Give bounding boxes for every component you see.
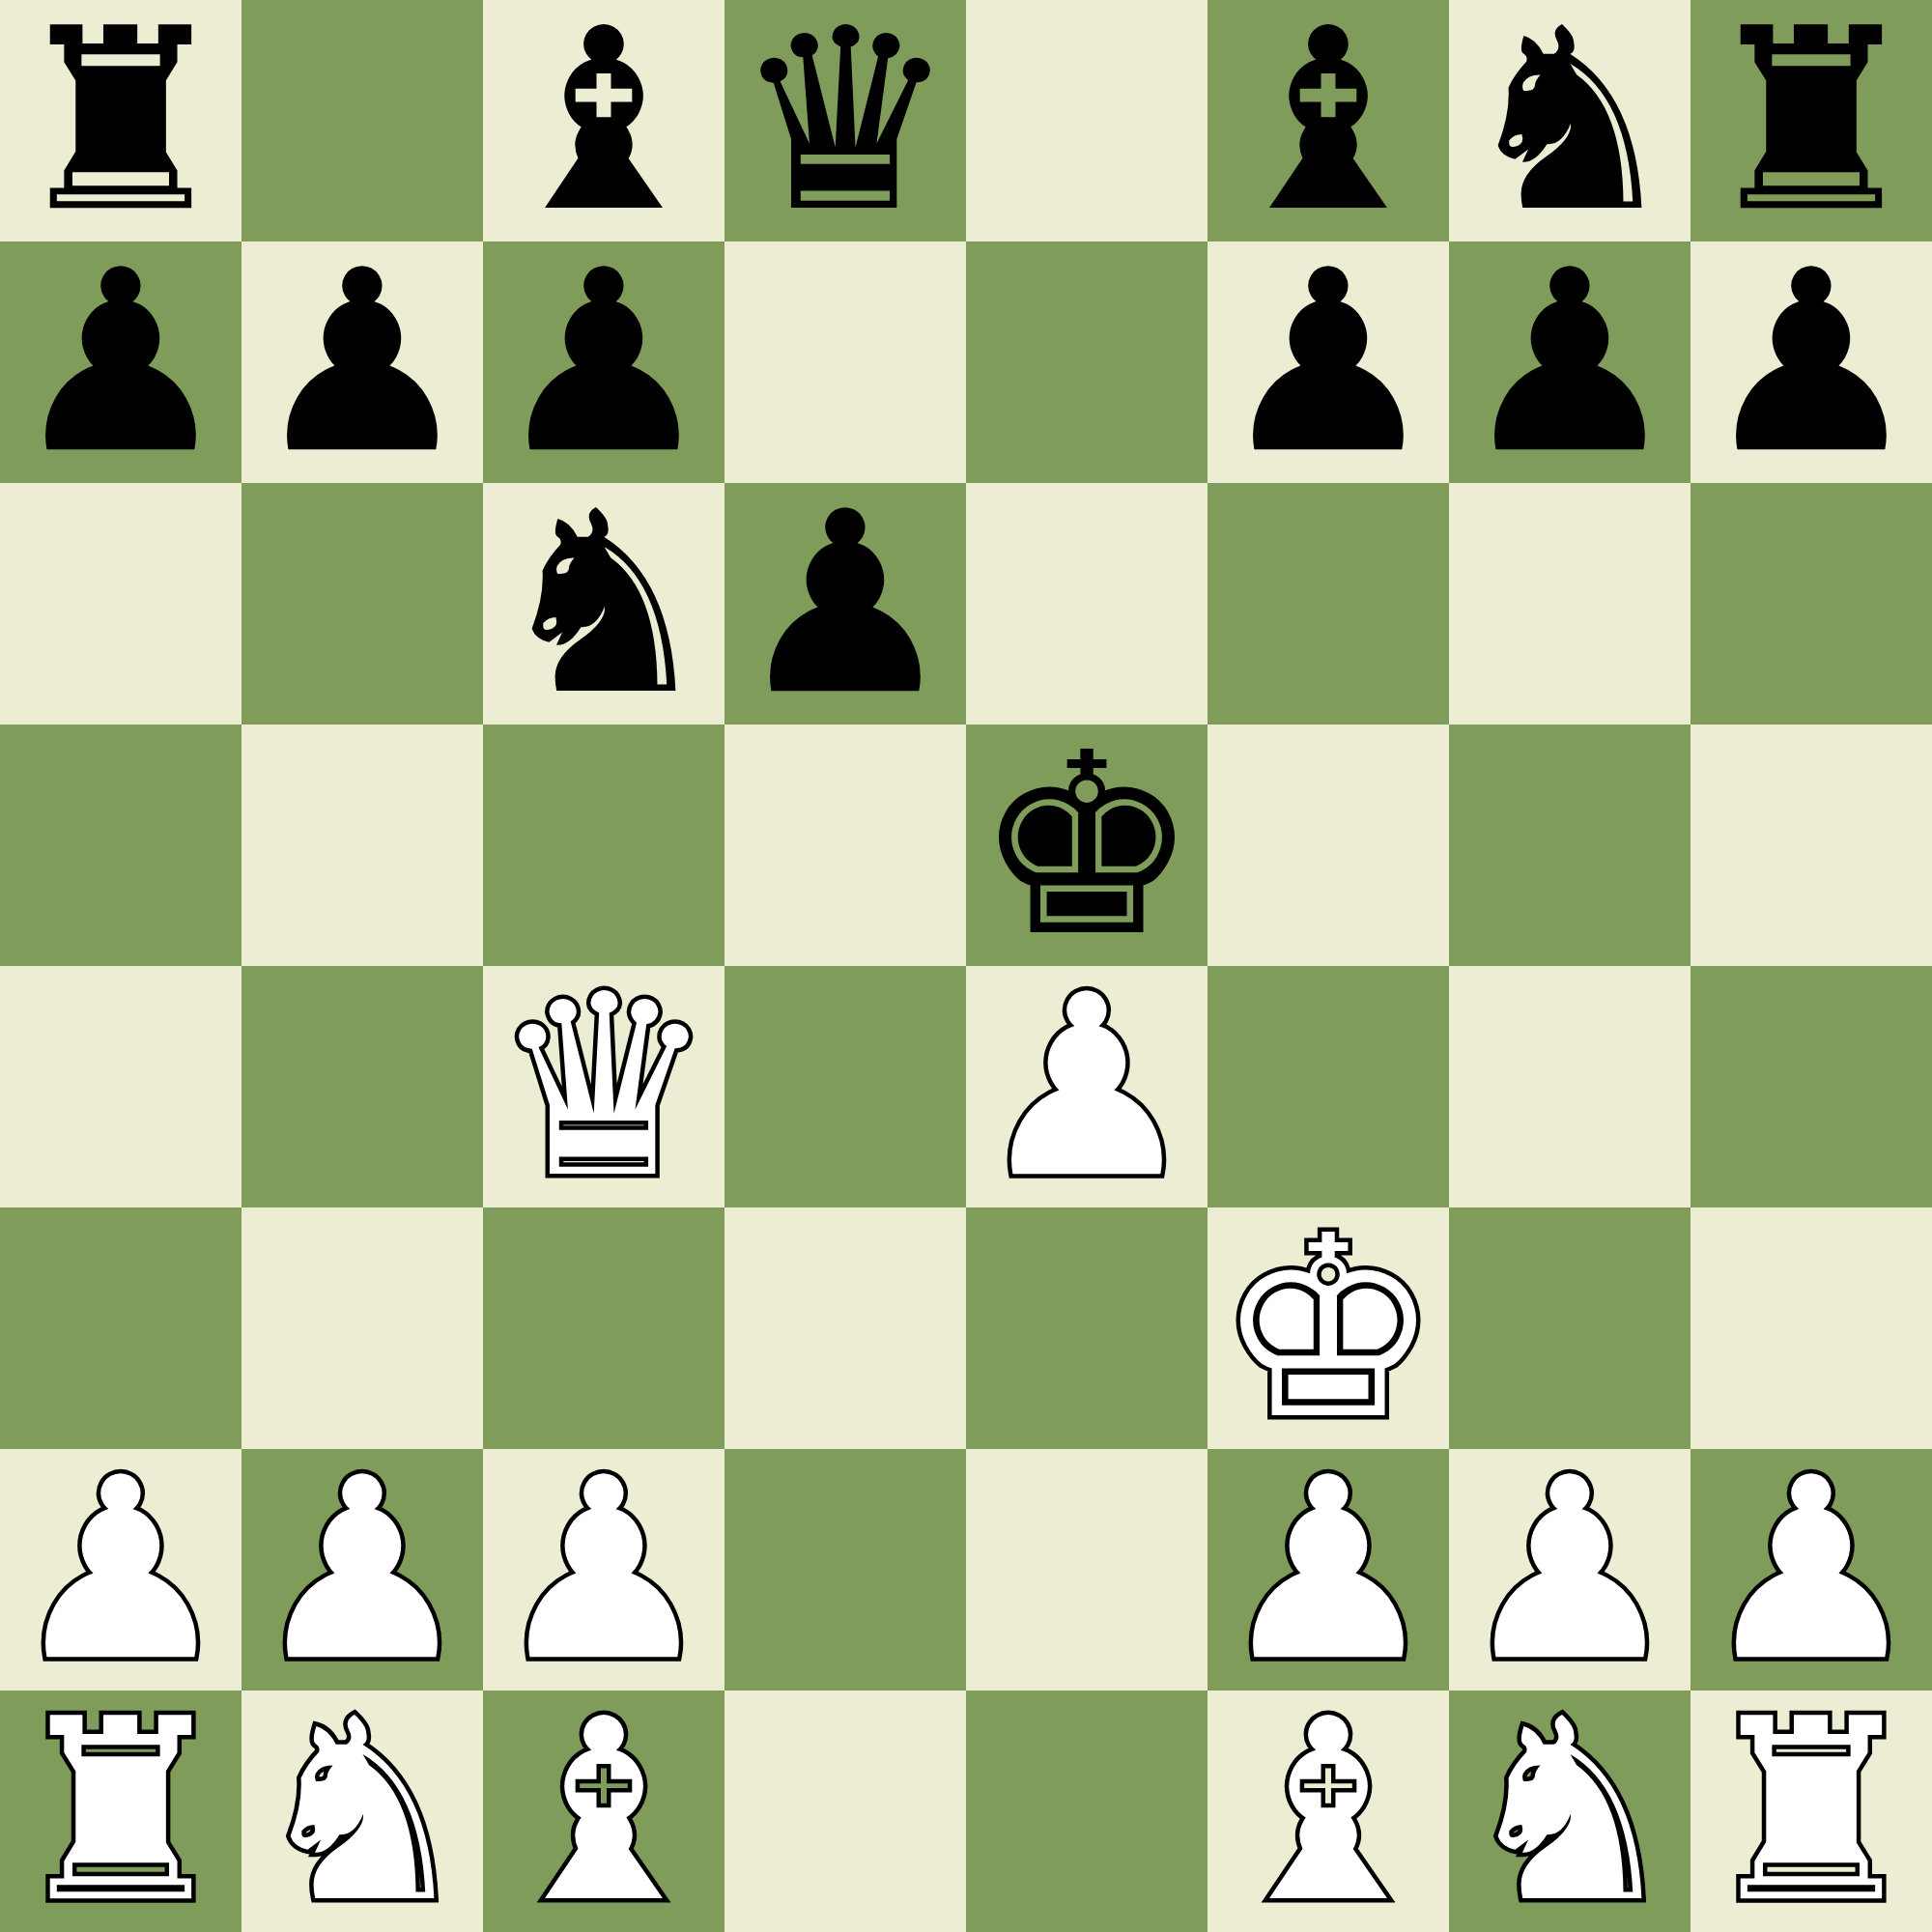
black-knight[interactable]: ♞: [491, 483, 716, 724]
square-e6[interactable]: [966, 483, 1207, 724]
square-h3[interactable]: [1690, 1207, 1932, 1449]
square-a8[interactable]: ♜: [0, 0, 241, 241]
square-b7[interactable]: ♟: [241, 241, 483, 483]
square-h2[interactable]: ♟: [1690, 1449, 1932, 1690]
square-f1[interactable]: ♝: [1207, 1690, 1449, 1932]
white-pawn[interactable]: ♟: [491, 1449, 716, 1690]
black-pawn[interactable]: ♟: [1698, 241, 1923, 483]
square-c6[interactable]: ♞: [483, 483, 724, 724]
square-d6[interactable]: ♟: [724, 483, 966, 724]
square-e5[interactable]: ♚: [966, 724, 1207, 966]
square-b2[interactable]: ♟: [241, 1449, 483, 1690]
white-queen[interactable]: ♛: [491, 966, 716, 1207]
square-e1[interactable]: [966, 1690, 1207, 1932]
square-b4[interactable]: [241, 966, 483, 1207]
white-bishop[interactable]: ♝: [491, 1690, 716, 1932]
square-e2[interactable]: [966, 1449, 1207, 1690]
square-h1[interactable]: ♜: [1690, 1690, 1932, 1932]
black-rook[interactable]: ♜: [8, 0, 233, 241]
square-b3[interactable]: [241, 1207, 483, 1449]
white-knight[interactable]: ♞: [249, 1690, 474, 1932]
square-f4[interactable]: [1207, 966, 1449, 1207]
white-knight[interactable]: ♞: [1457, 1690, 1682, 1932]
square-d5[interactable]: [724, 724, 966, 966]
black-pawn[interactable]: ♟: [8, 241, 233, 483]
square-g8[interactable]: ♞: [1449, 0, 1690, 241]
square-d1[interactable]: [724, 1690, 966, 1932]
square-d8[interactable]: ♛: [724, 0, 966, 241]
square-h4[interactable]: [1690, 966, 1932, 1207]
white-bishop[interactable]: ♝: [1215, 1690, 1440, 1932]
square-f3[interactable]: ♚: [1207, 1207, 1449, 1449]
white-pawn[interactable]: ♟: [1698, 1449, 1923, 1690]
black-pawn[interactable]: ♟: [249, 241, 474, 483]
black-bishop[interactable]: ♝: [491, 0, 716, 241]
black-queen[interactable]: ♛: [732, 0, 957, 241]
black-knight[interactable]: ♞: [1457, 0, 1682, 241]
white-rook[interactable]: ♜: [8, 1690, 233, 1932]
white-pawn[interactable]: ♟: [974, 966, 1199, 1207]
square-d3[interactable]: [724, 1207, 966, 1449]
black-rook[interactable]: ♜: [1698, 0, 1923, 241]
white-pawn[interactable]: ♟: [8, 1449, 233, 1690]
square-e3[interactable]: [966, 1207, 1207, 1449]
square-a3[interactable]: [0, 1207, 241, 1449]
square-h6[interactable]: [1690, 483, 1932, 724]
chess-board: ♜ ♝ ♛ ♝ ♞ ♜ ♟ ♟ ♟ ♟ ♟ ♟ ♞ ♟ ♚ ♛ ♟ ♚ ♟ ♟ …: [0, 0, 1932, 1932]
square-c2[interactable]: ♟: [483, 1449, 724, 1690]
square-g1[interactable]: ♞: [1449, 1690, 1690, 1932]
square-a2[interactable]: ♟: [0, 1449, 241, 1690]
square-g4[interactable]: [1449, 966, 1690, 1207]
square-c1[interactable]: ♝: [483, 1690, 724, 1932]
square-h5[interactable]: [1690, 724, 1932, 966]
black-pawn[interactable]: ♟: [732, 483, 957, 724]
square-a7[interactable]: ♟: [0, 241, 241, 483]
black-pawn[interactable]: ♟: [1457, 241, 1682, 483]
black-pawn[interactable]: ♟: [1215, 241, 1440, 483]
square-c7[interactable]: ♟: [483, 241, 724, 483]
white-pawn[interactable]: ♟: [1457, 1449, 1682, 1690]
square-g2[interactable]: ♟: [1449, 1449, 1690, 1690]
black-pawn[interactable]: ♟: [491, 241, 716, 483]
square-f8[interactable]: ♝: [1207, 0, 1449, 241]
square-a1[interactable]: ♜: [0, 1690, 241, 1932]
square-a4[interactable]: [0, 966, 241, 1207]
square-c3[interactable]: [483, 1207, 724, 1449]
square-g3[interactable]: [1449, 1207, 1690, 1449]
square-b5[interactable]: [241, 724, 483, 966]
square-b6[interactable]: [241, 483, 483, 724]
square-d2[interactable]: [724, 1449, 966, 1690]
square-f7[interactable]: ♟: [1207, 241, 1449, 483]
square-f2[interactable]: ♟: [1207, 1449, 1449, 1690]
white-rook[interactable]: ♜: [1698, 1690, 1923, 1932]
square-c4[interactable]: ♛: [483, 966, 724, 1207]
square-c5[interactable]: [483, 724, 724, 966]
white-pawn[interactable]: ♟: [249, 1449, 474, 1690]
square-b8[interactable]: [241, 0, 483, 241]
square-a6[interactable]: [0, 483, 241, 724]
square-d4[interactable]: [724, 966, 966, 1207]
square-c8[interactable]: ♝: [483, 0, 724, 241]
square-f6[interactable]: [1207, 483, 1449, 724]
square-b1[interactable]: ♞: [241, 1690, 483, 1932]
square-d7[interactable]: [724, 241, 966, 483]
black-bishop[interactable]: ♝: [1215, 0, 1440, 241]
square-g6[interactable]: [1449, 483, 1690, 724]
square-a5[interactable]: [0, 724, 241, 966]
white-king[interactable]: ♚: [1215, 1207, 1440, 1449]
black-king[interactable]: ♚: [974, 724, 1199, 966]
white-pawn[interactable]: ♟: [1215, 1449, 1440, 1690]
square-h7[interactable]: ♟: [1690, 241, 1932, 483]
square-g7[interactable]: ♟: [1449, 241, 1690, 483]
square-f5[interactable]: [1207, 724, 1449, 966]
square-e8[interactable]: [966, 0, 1207, 241]
square-e4[interactable]: ♟: [966, 966, 1207, 1207]
square-h8[interactable]: ♜: [1690, 0, 1932, 241]
square-e7[interactable]: [966, 241, 1207, 483]
square-g5[interactable]: [1449, 724, 1690, 966]
